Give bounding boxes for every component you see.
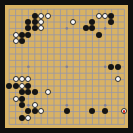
black-stone — [32, 25, 38, 31]
intersection[interactable] — [115, 64, 121, 70]
black-stone — [25, 89, 31, 95]
board-frame — [0, 0, 133, 133]
white-stone — [32, 102, 38, 108]
black-stone — [6, 83, 12, 89]
white-stone — [38, 19, 44, 25]
intersection[interactable] — [95, 32, 101, 38]
white-stone — [115, 76, 121, 82]
black-stone — [13, 83, 19, 89]
black-stone — [19, 96, 25, 102]
white-stone — [38, 13, 44, 19]
black-stone — [25, 83, 31, 89]
white-stone — [25, 115, 31, 121]
white-stone — [25, 76, 31, 82]
go-board[interactable] — [5, 5, 128, 128]
black-stone — [115, 64, 121, 70]
intersection[interactable] — [19, 95, 25, 101]
white-stone — [13, 76, 19, 82]
white-stone — [13, 96, 19, 102]
black-stone — [19, 102, 25, 108]
white-stone — [102, 13, 108, 19]
black-stone — [32, 108, 38, 114]
black-stone — [83, 25, 89, 31]
black-stone — [19, 89, 25, 95]
black-stone — [108, 19, 114, 25]
white-stone — [13, 38, 19, 44]
black-stone — [89, 19, 95, 25]
black-stone — [32, 13, 38, 19]
white-stone — [38, 108, 44, 114]
white-stone — [38, 25, 44, 31]
black-stone — [19, 32, 25, 38]
white-stone-last-move — [121, 108, 127, 114]
black-stone — [19, 38, 25, 44]
black-stone — [108, 64, 114, 70]
black-stone — [89, 108, 95, 114]
black-stone — [25, 32, 31, 38]
white-stone — [45, 89, 51, 95]
intersection[interactable] — [12, 83, 18, 89]
black-stone — [32, 19, 38, 25]
intersection-grid[interactable] — [6, 6, 127, 127]
intersection[interactable] — [121, 121, 127, 127]
last-move-marker — [123, 110, 125, 112]
intersection[interactable] — [44, 12, 50, 18]
black-stone — [89, 25, 95, 31]
intersection[interactable] — [95, 12, 101, 18]
intersection[interactable] — [12, 95, 18, 101]
white-stone — [96, 13, 102, 19]
black-stone — [25, 25, 31, 31]
black-stone — [19, 115, 25, 121]
black-stone — [25, 19, 31, 25]
intersection[interactable] — [102, 12, 108, 18]
intersection[interactable] — [12, 38, 18, 44]
white-stone — [19, 76, 25, 82]
intersection[interactable] — [38, 12, 44, 18]
intersection[interactable] — [32, 12, 38, 18]
white-stone — [13, 32, 19, 38]
intersection[interactable] — [12, 32, 18, 38]
intersection[interactable] — [32, 19, 38, 25]
black-stone — [64, 108, 70, 114]
black-stone — [96, 32, 102, 38]
black-stone — [102, 108, 108, 114]
black-stone — [108, 13, 114, 19]
black-stone — [25, 108, 31, 114]
black-stone — [32, 89, 38, 95]
white-stone — [45, 13, 51, 19]
white-stone — [70, 19, 76, 25]
intersection[interactable] — [19, 32, 25, 38]
white-stone — [19, 83, 25, 89]
